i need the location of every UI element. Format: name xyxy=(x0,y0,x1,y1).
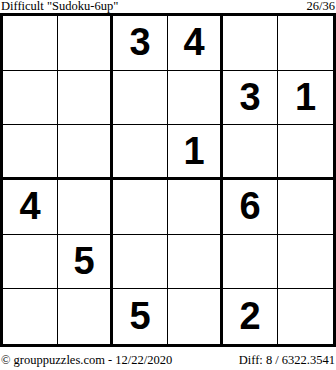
cell-r1c1-empty[interactable] xyxy=(3,16,58,71)
cell-r3c2-empty[interactable] xyxy=(58,125,113,180)
header: Difficult "Sudoku-6up" 26/36 xyxy=(0,0,336,13)
cell-r4c4-empty[interactable] xyxy=(168,180,223,235)
cell-r1c3-given: 3 xyxy=(113,16,168,71)
sudoku-board: 3431146552 xyxy=(0,13,336,347)
cell-r6c1-empty[interactable] xyxy=(3,289,58,344)
cell-r5c3-empty[interactable] xyxy=(113,235,168,290)
cell-r6c4-empty[interactable] xyxy=(168,289,223,344)
cell-r3c6-empty[interactable] xyxy=(278,125,333,180)
cell-r2c2-empty[interactable] xyxy=(58,71,113,126)
cell-r3c5-empty[interactable] xyxy=(223,125,278,180)
footer: © grouppuzzles.com - 12/22/2020 Diff: 8 … xyxy=(0,347,336,370)
sudoku-page: Difficult "Sudoku-6up" 26/36 3431146552 … xyxy=(0,0,336,370)
cell-r1c4-given: 4 xyxy=(168,16,223,71)
cell-r3c4-given: 1 xyxy=(168,125,223,180)
cell-r5c2-given: 5 xyxy=(58,235,113,290)
cell-r3c3-empty[interactable] xyxy=(113,125,168,180)
cell-r1c5-empty[interactable] xyxy=(223,16,278,71)
cell-r1c2-empty[interactable] xyxy=(58,16,113,71)
cell-r5c5-empty[interactable] xyxy=(223,235,278,290)
copyright-text: © grouppuzzles.com - 12/22/2020 xyxy=(1,353,172,368)
cell-r5c1-empty[interactable] xyxy=(3,235,58,290)
puzzle-counter: 26/36 xyxy=(307,0,335,13)
cell-r2c3-empty[interactable] xyxy=(113,71,168,126)
cell-r4c5-given: 6 xyxy=(223,180,278,235)
cell-r2c6-given: 1 xyxy=(278,71,333,126)
cell-r6c2-empty[interactable] xyxy=(58,289,113,344)
cell-r5c6-empty[interactable] xyxy=(278,235,333,290)
cell-r6c6-empty[interactable] xyxy=(278,289,333,344)
cell-r4c6-empty[interactable] xyxy=(278,180,333,235)
page-title: Difficult "Sudoku-6up" xyxy=(1,0,118,13)
cell-r4c1-given: 4 xyxy=(3,180,58,235)
cell-r6c3-given: 5 xyxy=(113,289,168,344)
cell-r3c1-empty[interactable] xyxy=(3,125,58,180)
cell-r1c6-empty[interactable] xyxy=(278,16,333,71)
cell-r2c4-empty[interactable] xyxy=(168,71,223,126)
cell-r4c3-empty[interactable] xyxy=(113,180,168,235)
cell-r6c5-given: 2 xyxy=(223,289,278,344)
difficulty-text: Diff: 8 / 6322.3541 xyxy=(239,353,335,368)
cell-r5c4-empty[interactable] xyxy=(168,235,223,290)
cell-r4c2-empty[interactable] xyxy=(58,180,113,235)
cell-r2c5-given: 3 xyxy=(223,71,278,126)
cell-r2c1-empty[interactable] xyxy=(3,71,58,126)
